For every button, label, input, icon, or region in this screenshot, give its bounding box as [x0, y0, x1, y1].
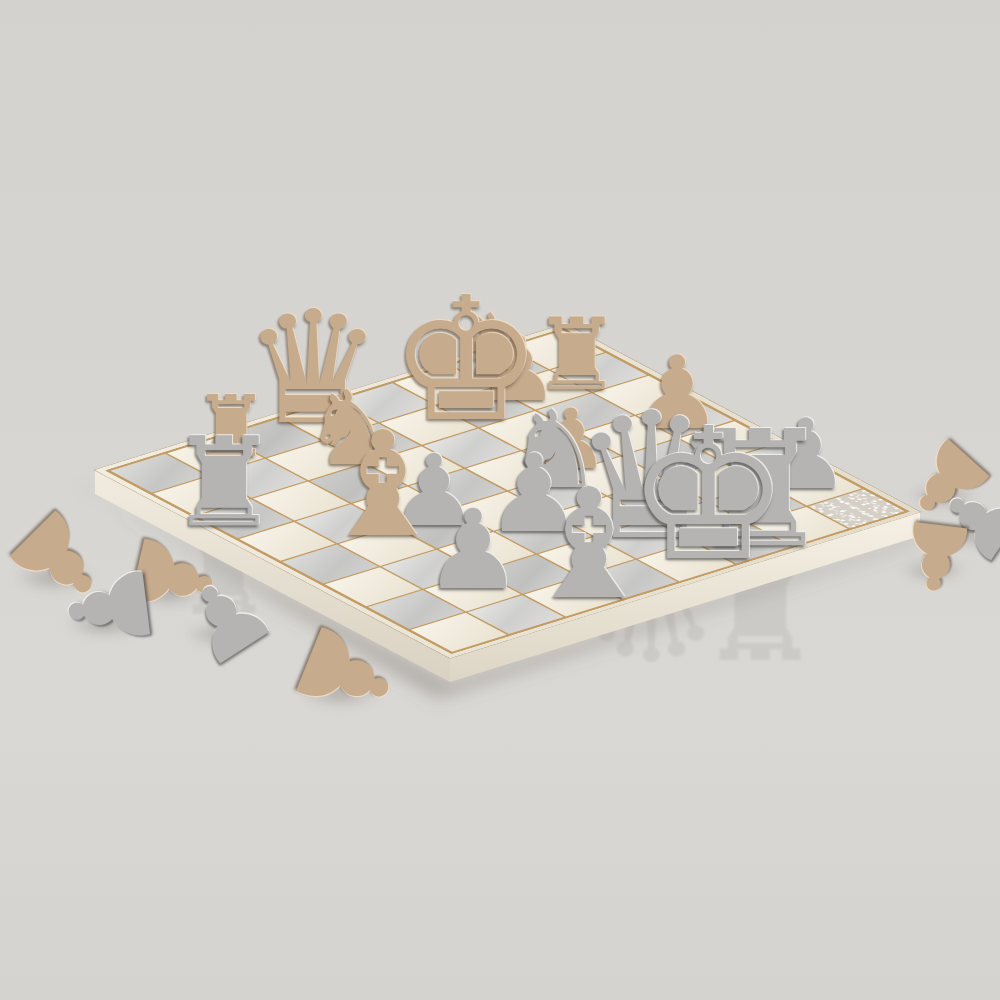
piece-silver-bishop-c1[interactable]: ♝ — [521, 469, 657, 621]
piece-silver-pawn-b2[interactable]: ♟ — [424, 495, 523, 605]
captured-silver-pawn-1[interactable]: ♟ — [51, 553, 169, 661]
piece-silver-rook-a6[interactable]: ♜ — [169, 421, 279, 544]
captured-wood-pawn-7[interactable]: ♟ — [891, 506, 982, 605]
scene: ♞♚♞♜♟♟♜♞♟♟♛♜ ♛♜♞♝♚♞♟♜♟♟♜♞♟♟♟♝♛♚♜♟ ♟♟♟♟♟♟… — [0, 0, 1000, 1000]
